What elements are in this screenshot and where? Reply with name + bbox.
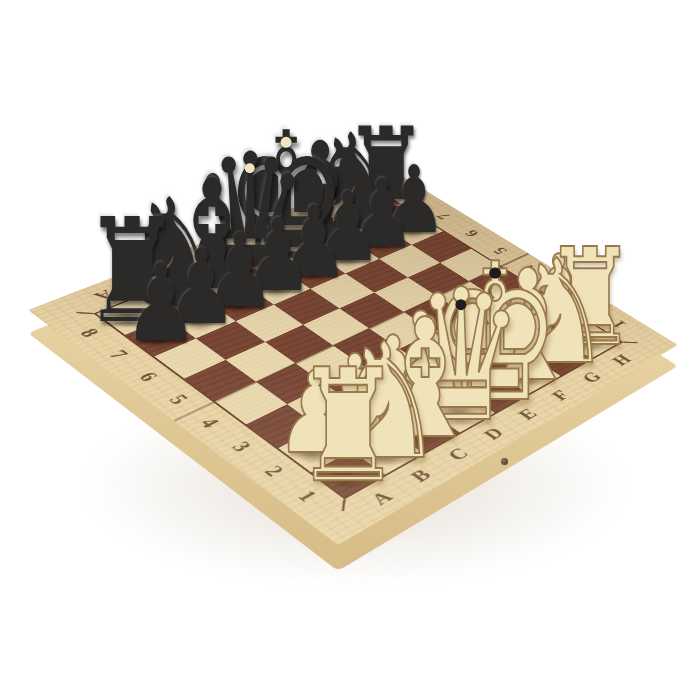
field-corner-tick xyxy=(623,341,637,343)
field-corner-tick xyxy=(387,189,390,196)
cream-finial xyxy=(244,163,254,173)
field-corner-tick xyxy=(76,312,93,314)
clasp-pin xyxy=(501,458,508,465)
field-corner-tick xyxy=(342,499,346,511)
cream-finial xyxy=(280,137,291,148)
photo-canvas: 87654321 HGFEDCBA 87654321 HGFEDCBA ♜♟♟♜… xyxy=(0,0,700,700)
